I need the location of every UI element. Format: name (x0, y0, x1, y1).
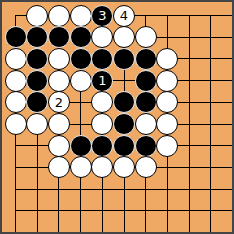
white-stone (156, 113, 178, 135)
black-stone (113, 135, 135, 157)
grid-line-horizontal (15, 189, 232, 190)
white-stone (5, 70, 27, 92)
white-stone (70, 156, 92, 178)
white-stone (26, 113, 48, 135)
black-stone (70, 48, 92, 70)
white-stone (135, 113, 157, 135)
white-stone (5, 91, 27, 113)
black-stone (113, 91, 135, 113)
black-stone (91, 135, 113, 157)
white-stone (70, 5, 92, 27)
white-stone (26, 5, 48, 27)
grid-line-vertical (232, 15, 233, 232)
black-stone (70, 135, 92, 157)
go-board: 3412 (2, 2, 232, 232)
white-stone (48, 48, 70, 70)
white-stone (5, 113, 27, 135)
white-stone (91, 91, 113, 113)
grid-line-horizontal (15, 210, 232, 211)
white-stone (91, 113, 113, 135)
white-stone (156, 135, 178, 157)
white-stone (135, 156, 157, 178)
black-stone (113, 48, 135, 70)
black-stone (135, 48, 157, 70)
white-stone (48, 135, 70, 157)
black-stone (135, 70, 157, 92)
move-number-label: 2 (55, 96, 63, 109)
white-stone (91, 156, 113, 178)
black-stone (48, 26, 70, 48)
white-stone (113, 26, 135, 48)
white-stone (48, 156, 70, 178)
white-stone (91, 26, 113, 48)
numbered-black-stone: 1 (91, 70, 113, 92)
white-stone (135, 26, 157, 48)
black-stone (135, 91, 157, 113)
white-stone (5, 48, 27, 70)
black-stone (26, 48, 48, 70)
black-stone (91, 48, 113, 70)
white-stone (156, 70, 178, 92)
numbered-white-stone: 4 (113, 5, 135, 27)
move-number-label: 4 (120, 9, 128, 22)
white-stone (156, 91, 178, 113)
black-stone (5, 26, 27, 48)
white-stone (113, 156, 135, 178)
black-stone (26, 70, 48, 92)
numbered-black-stone: 3 (91, 5, 113, 27)
white-stone (48, 5, 70, 27)
white-stone (48, 113, 70, 135)
numbered-white-stone: 2 (48, 91, 70, 113)
move-number-label: 1 (98, 74, 106, 87)
move-number-label: 3 (98, 9, 106, 22)
black-stone (113, 113, 135, 135)
black-stone (135, 135, 157, 157)
grid-line-horizontal (15, 232, 232, 233)
white-stone (156, 48, 178, 70)
white-stone (70, 70, 92, 92)
white-stone (48, 70, 70, 92)
black-stone (26, 26, 48, 48)
black-stone (70, 26, 92, 48)
black-stone (26, 91, 48, 113)
go-board-diagram: 3412 (0, 0, 234, 234)
